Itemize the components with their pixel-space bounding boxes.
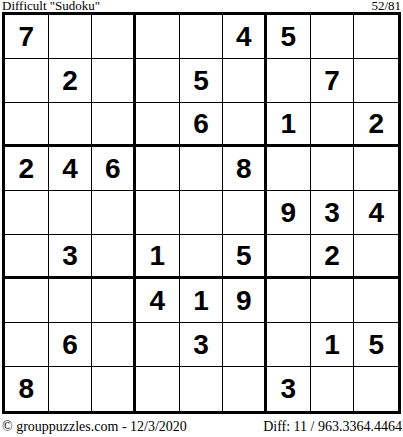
cell-r2c4[interactable] (136, 59, 180, 103)
cell-r3c7[interactable]: 1 (267, 103, 311, 147)
cell-r7c8[interactable] (311, 279, 355, 323)
cell-r7c7[interactable] (267, 279, 311, 323)
cell-r2c6[interactable] (223, 59, 267, 103)
cell-r8c3[interactable] (92, 323, 136, 367)
cell-r7c1[interactable] (5, 279, 49, 323)
cell-r1c8[interactable] (311, 15, 355, 59)
cell-r8c8[interactable]: 1 (311, 323, 355, 367)
cell-r8c1[interactable] (5, 323, 49, 367)
cell-r1c1[interactable]: 7 (5, 15, 49, 59)
cell-r2c2[interactable]: 2 (49, 59, 93, 103)
cell-r6c4[interactable]: 1 (136, 235, 180, 279)
cell-r9c9[interactable] (354, 367, 398, 411)
cell-r1c2[interactable] (49, 15, 93, 59)
cell-r9c2[interactable] (49, 367, 93, 411)
cell-r3c1[interactable] (5, 103, 49, 147)
cell-r6c1[interactable] (5, 235, 49, 279)
cell-r5c4[interactable] (136, 191, 180, 235)
cell-r5c7[interactable]: 9 (267, 191, 311, 235)
cell-r4c1[interactable]: 2 (5, 147, 49, 191)
remaining-counter: 52/81 (371, 0, 401, 12)
cell-r8c4[interactable] (136, 323, 180, 367)
cell-r9c3[interactable] (92, 367, 136, 411)
cell-r6c3[interactable] (92, 235, 136, 279)
cell-r5c2[interactable] (49, 191, 93, 235)
difficulty-text: Diff: 11 / 963.3364.4464 (263, 419, 402, 435)
cell-r6c8[interactable]: 2 (311, 235, 355, 279)
cell-r6c2[interactable]: 3 (49, 235, 93, 279)
sudoku-page: Difficult "Sudoku" 52/81 745257612246893… (0, 0, 403, 437)
cell-r1c3[interactable] (92, 15, 136, 59)
cell-r9c1[interactable]: 8 (5, 367, 49, 411)
cell-r4c4[interactable] (136, 147, 180, 191)
cell-r4c5[interactable] (180, 147, 224, 191)
cell-r9c6[interactable] (223, 367, 267, 411)
cell-r6c6[interactable]: 5 (223, 235, 267, 279)
cell-r6c7[interactable] (267, 235, 311, 279)
cell-r5c8[interactable]: 3 (311, 191, 355, 235)
cell-r9c8[interactable] (311, 367, 355, 411)
cell-r2c9[interactable] (354, 59, 398, 103)
cell-r8c5[interactable]: 3 (180, 323, 224, 367)
cell-r4c3[interactable]: 6 (92, 147, 136, 191)
cell-r3c8[interactable] (311, 103, 355, 147)
cell-r8c7[interactable] (267, 323, 311, 367)
cell-r4c6[interactable]: 8 (223, 147, 267, 191)
puzzle-title: Difficult "Sudoku" (2, 0, 100, 12)
cell-r2c3[interactable] (92, 59, 136, 103)
cell-r7c5[interactable]: 1 (180, 279, 224, 323)
cell-r1c9[interactable] (354, 15, 398, 59)
cell-r3c5[interactable]: 6 (180, 103, 224, 147)
cell-r1c4[interactable] (136, 15, 180, 59)
cell-r5c6[interactable] (223, 191, 267, 235)
cell-r2c7[interactable] (267, 59, 311, 103)
cell-r4c7[interactable] (267, 147, 311, 191)
cell-r3c4[interactable] (136, 103, 180, 147)
cell-r2c5[interactable]: 5 (180, 59, 224, 103)
cell-r5c9[interactable]: 4 (354, 191, 398, 235)
cell-r3c6[interactable] (223, 103, 267, 147)
cell-r7c3[interactable] (92, 279, 136, 323)
cell-r2c1[interactable] (5, 59, 49, 103)
cell-r6c5[interactable] (180, 235, 224, 279)
cell-r4c2[interactable]: 4 (49, 147, 93, 191)
cell-r8c9[interactable]: 5 (354, 323, 398, 367)
footer: © grouppuzzles.com - 12/3/2020 Diff: 11 … (0, 419, 403, 435)
cell-r2c8[interactable]: 7 (311, 59, 355, 103)
cell-r1c7[interactable]: 5 (267, 15, 311, 59)
cell-r8c2[interactable]: 6 (49, 323, 93, 367)
cell-r7c6[interactable]: 9 (223, 279, 267, 323)
cell-r4c8[interactable] (311, 147, 355, 191)
cell-r1c5[interactable] (180, 15, 224, 59)
header: Difficult "Sudoku" 52/81 (0, 0, 403, 12)
cell-r7c2[interactable] (49, 279, 93, 323)
cell-r3c9[interactable]: 2 (354, 103, 398, 147)
cell-r8c6[interactable] (223, 323, 267, 367)
cell-r7c4[interactable]: 4 (136, 279, 180, 323)
cell-r3c3[interactable] (92, 103, 136, 147)
cell-r3c2[interactable] (49, 103, 93, 147)
cell-r5c5[interactable] (180, 191, 224, 235)
sudoku-board: 74525761224689343152419631583 (2, 12, 401, 414)
cell-r5c1[interactable] (5, 191, 49, 235)
copyright-text: © grouppuzzles.com - 12/3/2020 (2, 419, 187, 435)
cell-r6c9[interactable] (354, 235, 398, 279)
cell-r1c6[interactable]: 4 (223, 15, 267, 59)
cell-r7c9[interactable] (354, 279, 398, 323)
cell-r9c5[interactable] (180, 367, 224, 411)
cell-r5c3[interactable] (92, 191, 136, 235)
cell-r4c9[interactable] (354, 147, 398, 191)
cell-r9c7[interactable]: 3 (267, 367, 311, 411)
cell-r9c4[interactable] (136, 367, 180, 411)
